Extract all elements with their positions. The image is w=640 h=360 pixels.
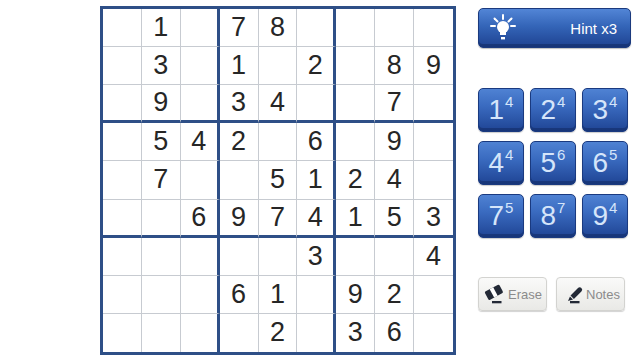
sudoku-board: 17831289934754269751246974153346192236 bbox=[100, 6, 456, 355]
cell-r6c4[interactable]: 9 bbox=[220, 200, 259, 238]
cell-r5c2[interactable]: 7 bbox=[142, 161, 181, 199]
numpad-remaining-count: 6 bbox=[557, 147, 565, 162]
cell-r2c8[interactable]: 8 bbox=[375, 47, 414, 85]
numpad-digit: 2 bbox=[541, 96, 557, 124]
cell-r3c6[interactable] bbox=[297, 85, 336, 123]
cell-r4c7[interactable] bbox=[336, 123, 375, 161]
numpad-button-9[interactable]: 94 bbox=[582, 194, 628, 238]
cell-r3c8[interactable]: 7 bbox=[375, 85, 414, 123]
cell-r4c3[interactable]: 4 bbox=[181, 123, 220, 161]
numpad-digit: 6 bbox=[593, 149, 609, 177]
cell-r1c3[interactable] bbox=[181, 9, 220, 47]
numpad-button-7[interactable]: 75 bbox=[478, 194, 524, 238]
cell-r7c5[interactable] bbox=[259, 238, 298, 276]
numpad-digit: 7 bbox=[489, 202, 505, 230]
cell-r8c6[interactable] bbox=[297, 276, 336, 314]
cell-r6c3[interactable]: 6 bbox=[181, 200, 220, 238]
cell-r9c5[interactable]: 2 bbox=[259, 314, 298, 352]
numpad-digit: 5 bbox=[541, 149, 557, 177]
cell-r8c9[interactable] bbox=[414, 276, 453, 314]
cell-r4c6[interactable]: 6 bbox=[297, 123, 336, 161]
cell-r9c3[interactable] bbox=[181, 314, 220, 352]
cell-r6c8[interactable]: 5 bbox=[375, 200, 414, 238]
numpad-button-6[interactable]: 65 bbox=[582, 141, 628, 185]
eraser-icon bbox=[484, 283, 508, 305]
cell-r3c7[interactable] bbox=[336, 85, 375, 123]
cell-r2c3[interactable] bbox=[181, 47, 220, 85]
cell-r3c1[interactable] bbox=[103, 85, 142, 123]
cell-r7c7[interactable] bbox=[336, 238, 375, 276]
cell-r5c5[interactable]: 5 bbox=[259, 161, 298, 199]
cell-r1c5[interactable]: 8 bbox=[259, 9, 298, 47]
cell-r4c4[interactable]: 2 bbox=[220, 123, 259, 161]
numpad-digit: 9 bbox=[593, 202, 609, 230]
cell-r7c3[interactable] bbox=[181, 238, 220, 276]
cell-r3c2[interactable]: 9 bbox=[142, 85, 181, 123]
cell-r3c4[interactable]: 3 bbox=[220, 85, 259, 123]
cell-r1c4[interactable]: 7 bbox=[220, 9, 259, 47]
cell-r5c6[interactable]: 1 bbox=[297, 161, 336, 199]
cell-r4c8[interactable]: 9 bbox=[375, 123, 414, 161]
numpad-digit: 4 bbox=[489, 149, 505, 177]
cell-r2c9[interactable]: 9 bbox=[414, 47, 453, 85]
numpad-remaining-count: 7 bbox=[557, 200, 565, 215]
numpad-button-3[interactable]: 34 bbox=[582, 88, 628, 132]
cell-r9c1[interactable] bbox=[103, 314, 142, 352]
numpad-remaining-count: 4 bbox=[609, 94, 617, 109]
numpad-remaining-count: 4 bbox=[505, 147, 513, 162]
cell-r7c9[interactable]: 4 bbox=[414, 238, 453, 276]
cell-r5c8[interactable]: 4 bbox=[375, 161, 414, 199]
cell-r3c9[interactable] bbox=[414, 85, 453, 123]
numpad-button-1[interactable]: 14 bbox=[478, 88, 524, 132]
numpad-digit: 8 bbox=[541, 202, 557, 230]
cell-r9c2[interactable] bbox=[142, 314, 181, 352]
cell-r1c7[interactable] bbox=[336, 9, 375, 47]
numpad-button-4[interactable]: 44 bbox=[478, 141, 524, 185]
cell-r6c9[interactable]: 3 bbox=[414, 200, 453, 238]
numpad-button-2[interactable]: 24 bbox=[530, 88, 576, 132]
erase-label: Erase bbox=[508, 287, 542, 302]
numpad-remaining-count: 5 bbox=[505, 200, 513, 215]
cell-r7c4[interactable] bbox=[220, 238, 259, 276]
cell-r6c5[interactable]: 7 bbox=[259, 200, 298, 238]
cell-r2c7[interactable] bbox=[336, 47, 375, 85]
cell-r1c1[interactable] bbox=[103, 9, 142, 47]
cell-r8c3[interactable] bbox=[181, 276, 220, 314]
cell-r4c5[interactable] bbox=[259, 123, 298, 161]
cell-r7c2[interactable] bbox=[142, 238, 181, 276]
cell-r9c9[interactable] bbox=[414, 314, 453, 352]
cell-r5c7[interactable]: 2 bbox=[336, 161, 375, 199]
cell-r6c1[interactable] bbox=[103, 200, 142, 238]
cell-r7c6[interactable]: 3 bbox=[297, 238, 336, 276]
cell-r2c6[interactable]: 2 bbox=[297, 47, 336, 85]
cell-r8c8[interactable]: 2 bbox=[375, 276, 414, 314]
numpad-digit: 1 bbox=[489, 96, 505, 124]
cell-r7c8[interactable] bbox=[375, 238, 414, 276]
cell-r1c2[interactable]: 1 bbox=[142, 9, 181, 47]
cell-r6c7[interactable]: 1 bbox=[336, 200, 375, 238]
notes-button[interactable]: Notes bbox=[556, 277, 625, 311]
cell-r1c8[interactable] bbox=[375, 9, 414, 47]
cell-r2c5[interactable] bbox=[259, 47, 298, 85]
cell-r8c7[interactable]: 9 bbox=[336, 276, 375, 314]
cell-r6c2[interactable] bbox=[142, 200, 181, 238]
numpad-digit: 3 bbox=[593, 96, 609, 124]
cell-r3c3[interactable] bbox=[181, 85, 220, 123]
numpad-remaining-count: 4 bbox=[609, 200, 617, 215]
cell-r5c4[interactable] bbox=[220, 161, 259, 199]
cell-r4c1[interactable] bbox=[103, 123, 142, 161]
cell-r9c4[interactable] bbox=[220, 314, 259, 352]
cell-r8c1[interactable] bbox=[103, 276, 142, 314]
cell-r7c1[interactable] bbox=[103, 238, 142, 276]
cell-r8c4[interactable]: 6 bbox=[220, 276, 259, 314]
numpad-button-5[interactable]: 56 bbox=[530, 141, 576, 185]
pencil-icon bbox=[562, 283, 586, 305]
hint-button[interactable]: Hint x3 bbox=[478, 8, 631, 48]
cell-r9c6[interactable] bbox=[297, 314, 336, 352]
numpad-remaining-count: 4 bbox=[505, 94, 513, 109]
cell-r5c3[interactable] bbox=[181, 161, 220, 199]
cell-r4c2[interactable]: 5 bbox=[142, 123, 181, 161]
cell-r5c1[interactable] bbox=[103, 161, 142, 199]
numpad-remaining-count: 4 bbox=[557, 94, 565, 109]
cell-r9c8[interactable]: 6 bbox=[375, 314, 414, 352]
cell-r4c9[interactable] bbox=[414, 123, 453, 161]
cell-r1c9[interactable] bbox=[414, 9, 453, 47]
notes-label: Notes bbox=[586, 287, 620, 302]
cell-r9c7[interactable]: 3 bbox=[336, 314, 375, 352]
lightbulb-icon bbox=[490, 14, 516, 42]
numpad-remaining-count: 5 bbox=[609, 147, 617, 162]
cell-r2c4[interactable]: 1 bbox=[220, 47, 259, 85]
erase-button[interactable]: Erase bbox=[478, 277, 547, 311]
cell-r8c2[interactable] bbox=[142, 276, 181, 314]
hint-label: Hint x3 bbox=[570, 20, 617, 37]
cell-r5c9[interactable] bbox=[414, 161, 453, 199]
cell-r1c6[interactable] bbox=[297, 9, 336, 47]
numpad-button-8[interactable]: 87 bbox=[530, 194, 576, 238]
number-pad: 14 24 34 44 56 65 75 87 94 bbox=[478, 88, 628, 238]
cell-r2c2[interactable]: 3 bbox=[142, 47, 181, 85]
cell-r8c5[interactable]: 1 bbox=[259, 276, 298, 314]
cell-r3c5[interactable]: 4 bbox=[259, 85, 298, 123]
cell-r6c6[interactable]: 4 bbox=[297, 200, 336, 238]
cell-r2c1[interactable] bbox=[103, 47, 142, 85]
